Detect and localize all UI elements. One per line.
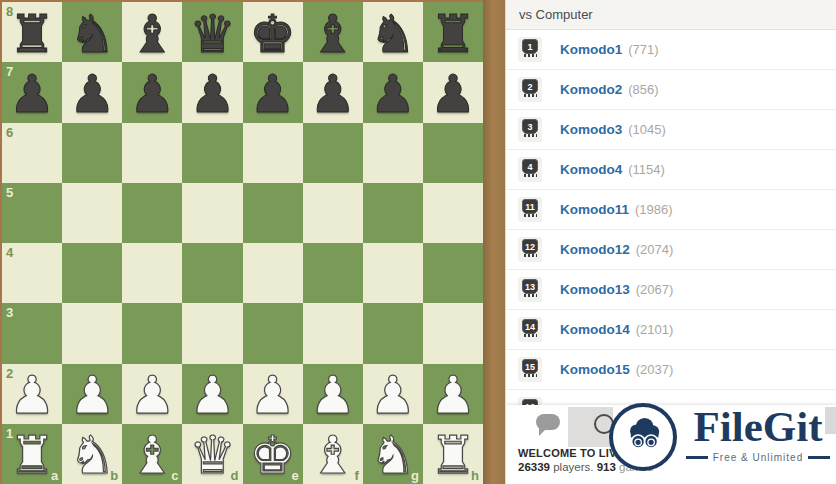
piece-black-pawn[interactable]: ♟ bbox=[303, 62, 363, 122]
piece-black-knight[interactable]: ♞ bbox=[363, 2, 423, 62]
square-d3[interactable] bbox=[182, 303, 242, 363]
bot-row-Komodo2[interactable]: 2Komodo2(856) bbox=[506, 70, 836, 110]
square-g5[interactable] bbox=[363, 183, 423, 243]
square-b8[interactable]: ♞ bbox=[62, 2, 122, 62]
square-b4[interactable] bbox=[62, 243, 122, 303]
square-e2[interactable]: ♟ bbox=[243, 364, 303, 424]
square-f7[interactable]: ♟ bbox=[303, 62, 363, 122]
cpu-chip-icon: 11 bbox=[518, 197, 542, 222]
square-d4[interactable] bbox=[182, 243, 242, 303]
piece-black-queen[interactable]: ♛ bbox=[182, 2, 242, 62]
piece-black-pawn[interactable]: ♟ bbox=[62, 62, 122, 122]
bot-rating: (856) bbox=[628, 82, 658, 97]
square-b6[interactable] bbox=[62, 123, 122, 183]
piece-white-pawn[interactable]: ♟ bbox=[423, 364, 483, 424]
bot-row-Komodo4[interactable]: 4Komodo4(1154) bbox=[506, 150, 836, 190]
bot-rating: (1045) bbox=[628, 122, 666, 137]
bottom-bar: WELCOME TO LIV 26339 players. 913 games bbox=[506, 405, 836, 484]
piece-black-pawn[interactable]: ♟ bbox=[423, 62, 483, 122]
square-d5[interactable] bbox=[182, 183, 242, 243]
square-a3[interactable]: 3 bbox=[2, 303, 62, 363]
square-h5[interactable] bbox=[423, 183, 483, 243]
cpu-chip-number: 13 bbox=[522, 279, 538, 294]
bot-rating: (1154) bbox=[628, 162, 665, 177]
square-h1[interactable]: h♜ bbox=[423, 424, 483, 484]
panel-header: vs Computer bbox=[506, 0, 836, 30]
chat-bubble-icon[interactable] bbox=[536, 414, 560, 430]
bot-name-link[interactable]: Komodo3 bbox=[560, 122, 622, 137]
rank-label-4: 4 bbox=[6, 246, 13, 259]
bot-rating: (2067) bbox=[636, 282, 674, 297]
logo-tagline-text: Free & Unlimited bbox=[713, 452, 803, 463]
cloud-binoculars-icon bbox=[617, 409, 669, 465]
square-d2[interactable]: ♟ bbox=[182, 364, 242, 424]
cpu-chip-number: 4 bbox=[522, 159, 538, 174]
square-e5[interactable] bbox=[243, 183, 303, 243]
square-c2[interactable]: ♟ bbox=[122, 364, 182, 424]
square-d7[interactable]: ♟ bbox=[182, 62, 242, 122]
cpu-chip-icon: 2 bbox=[518, 77, 542, 102]
square-f4[interactable] bbox=[303, 243, 363, 303]
chess-board[interactable]: 8♜♞♝♛♚♝♞♜7♟♟♟♟♟♟♟♟65432♟♟♟♟♟♟♟♟1a♜b♞c♝d♛… bbox=[2, 2, 483, 484]
cpu-chip-icon: 3 bbox=[518, 117, 542, 142]
square-b5[interactable] bbox=[62, 183, 122, 243]
cpu-chip-number: 3 bbox=[522, 119, 538, 134]
cpu-chip-icon: 14 bbox=[518, 317, 542, 342]
square-d1[interactable]: d♛ bbox=[182, 424, 242, 484]
vs-computer-panel: vs Computer 1Komodo1(771)2Komodo2(856)3K… bbox=[505, 0, 836, 484]
square-g8[interactable]: ♞ bbox=[363, 2, 423, 62]
piece-white-pawn[interactable]: ♟ bbox=[182, 364, 242, 424]
bot-name-link[interactable]: Komodo15 bbox=[560, 362, 630, 377]
square-c1[interactable]: c♝ bbox=[122, 424, 182, 484]
square-h8[interactable]: ♜ bbox=[423, 2, 483, 62]
bot-row-Komodo14[interactable]: 14Komodo14(2101) bbox=[506, 310, 836, 350]
bot-name-link[interactable]: Komodo4 bbox=[560, 162, 622, 177]
piece-white-rook[interactable]: ♜ bbox=[2, 424, 62, 484]
square-c4[interactable] bbox=[122, 243, 182, 303]
bot-name-link[interactable]: Komodo12 bbox=[560, 242, 630, 257]
bot-name-link[interactable]: Komodo11 bbox=[560, 202, 629, 217]
square-f3[interactable] bbox=[303, 303, 363, 363]
cpu-chip-number: 11 bbox=[522, 199, 538, 214]
square-e4[interactable] bbox=[243, 243, 303, 303]
square-d6[interactable] bbox=[182, 123, 242, 183]
bot-row-Komodo1[interactable]: 1Komodo1(771) bbox=[506, 30, 836, 70]
square-g2[interactable]: ♟ bbox=[363, 364, 423, 424]
square-b7[interactable]: ♟ bbox=[62, 62, 122, 122]
bot-row-Komodo13[interactable]: 13Komodo13(2067) bbox=[506, 270, 836, 310]
square-g4[interactable] bbox=[363, 243, 423, 303]
piece-black-bishop[interactable]: ♝ bbox=[303, 2, 363, 62]
square-a7[interactable]: 7♟ bbox=[2, 62, 62, 122]
square-e7[interactable]: ♟ bbox=[243, 62, 303, 122]
square-f8[interactable]: ♝ bbox=[303, 2, 363, 62]
piece-black-rook[interactable]: ♜ bbox=[2, 2, 62, 62]
square-g1[interactable]: g♞ bbox=[363, 424, 423, 484]
bot-row-Komodo15[interactable]: 15Komodo15(2037) bbox=[506, 350, 836, 390]
piece-white-pawn[interactable]: ♟ bbox=[122, 364, 182, 424]
piece-black-pawn[interactable]: ♟ bbox=[182, 62, 242, 122]
bot-row-Komodo12[interactable]: 12Komodo12(2074) bbox=[506, 230, 836, 270]
square-d8[interactable]: ♛ bbox=[182, 2, 242, 62]
welcome-text: WELCOME TO LIV bbox=[518, 447, 617, 459]
square-h4[interactable] bbox=[423, 243, 483, 303]
piece-white-bishop[interactable]: ♝ bbox=[303, 424, 363, 484]
cpu-chip-icon: 12 bbox=[518, 237, 542, 262]
square-c5[interactable] bbox=[122, 183, 182, 243]
square-a2[interactable]: 2♟ bbox=[2, 364, 62, 424]
app-window: 8♜♞♝♛♚♝♞♜7♟♟♟♟♟♟♟♟65432♟♟♟♟♟♟♟♟1a♜b♞c♝d♛… bbox=[0, 0, 836, 484]
square-c3[interactable] bbox=[122, 303, 182, 363]
square-e1[interactable]: e♚ bbox=[243, 424, 303, 484]
logo-title: FileGit bbox=[688, 405, 828, 449]
square-a6[interactable]: 6 bbox=[2, 123, 62, 183]
bot-rating: (771) bbox=[628, 42, 658, 57]
piece-white-queen[interactable]: ♛ bbox=[182, 424, 242, 484]
square-a4[interactable]: 4 bbox=[2, 243, 62, 303]
square-b1[interactable]: b♞ bbox=[62, 424, 122, 484]
bot-row-Komodo3[interactable]: 3Komodo3(1045) bbox=[506, 110, 836, 150]
piece-black-pawn[interactable]: ♟ bbox=[363, 62, 423, 122]
square-g3[interactable] bbox=[363, 303, 423, 363]
rank-label-5: 5 bbox=[6, 186, 13, 199]
bot-rating: (1986) bbox=[635, 202, 673, 217]
square-e8[interactable]: ♚ bbox=[243, 2, 303, 62]
filegit-logo-text: FileGit Free & Unlimited bbox=[688, 405, 828, 463]
players-count: 26339 bbox=[518, 461, 550, 473]
games-count: 913 bbox=[597, 461, 616, 473]
square-e6[interactable] bbox=[243, 123, 303, 183]
panel-title: vs Computer bbox=[519, 7, 593, 22]
bot-rating: (2037) bbox=[636, 362, 674, 377]
rank-label-6: 6 bbox=[6, 126, 13, 139]
piece-white-knight[interactable]: ♞ bbox=[62, 424, 122, 484]
piece-white-pawn[interactable]: ♟ bbox=[363, 364, 423, 424]
piece-white-king[interactable]: ♚ bbox=[243, 424, 303, 484]
piece-black-pawn[interactable]: ♟ bbox=[243, 62, 303, 122]
piece-white-knight[interactable]: ♞ bbox=[363, 424, 423, 484]
bot-name-link[interactable]: Komodo1 bbox=[560, 42, 622, 57]
bot-name-link[interactable]: Komodo14 bbox=[560, 322, 630, 337]
cpu-chip-number: 14 bbox=[522, 319, 538, 334]
piece-black-knight[interactable]: ♞ bbox=[62, 2, 122, 62]
square-f5[interactable] bbox=[303, 183, 363, 243]
piece-black-rook[interactable]: ♜ bbox=[423, 2, 483, 62]
square-f1[interactable]: f♝ bbox=[303, 424, 363, 484]
square-b2[interactable]: ♟ bbox=[62, 364, 122, 424]
square-f6[interactable] bbox=[303, 123, 363, 183]
cpu-chip-icon: 4 bbox=[518, 157, 542, 182]
piece-white-pawn[interactable]: ♟ bbox=[303, 364, 363, 424]
square-h7[interactable]: ♟ bbox=[423, 62, 483, 122]
square-b3[interactable] bbox=[62, 303, 122, 363]
bot-list: 1Komodo1(771)2Komodo2(856)3Komodo3(1045)… bbox=[506, 30, 836, 430]
cpu-chip-icon: 13 bbox=[518, 277, 542, 302]
cpu-chip-number: 12 bbox=[522, 239, 538, 254]
square-a5[interactable]: 5 bbox=[2, 183, 62, 243]
logo-tagline: Free & Unlimited bbox=[688, 452, 828, 463]
square-e3[interactable] bbox=[243, 303, 303, 363]
piece-black-king[interactable]: ♚ bbox=[243, 2, 303, 62]
players-label: players. bbox=[550, 461, 597, 473]
cpu-chip-number: 15 bbox=[522, 359, 538, 374]
filegit-logo-badge bbox=[609, 403, 677, 471]
piece-white-pawn[interactable]: ♟ bbox=[2, 364, 62, 424]
cpu-chip-icon: 1 bbox=[518, 37, 542, 62]
bot-name-link[interactable]: Komodo13 bbox=[560, 282, 630, 297]
piece-black-pawn[interactable]: ♟ bbox=[2, 62, 62, 122]
square-g6[interactable] bbox=[363, 123, 423, 183]
piece-black-pawn[interactable]: ♟ bbox=[122, 62, 182, 122]
square-c6[interactable] bbox=[122, 123, 182, 183]
square-a8[interactable]: 8♜ bbox=[2, 2, 62, 62]
square-h6[interactable] bbox=[423, 123, 483, 183]
square-c8[interactable]: ♝ bbox=[122, 2, 182, 62]
square-a1[interactable]: 1a♜ bbox=[2, 424, 62, 484]
bot-rating: (2074) bbox=[636, 242, 674, 257]
bot-row-Komodo11[interactable]: 11Komodo11(1986) bbox=[506, 190, 836, 230]
piece-white-bishop[interactable]: ♝ bbox=[122, 424, 182, 484]
square-f2[interactable]: ♟ bbox=[303, 364, 363, 424]
square-g7[interactable]: ♟ bbox=[363, 62, 423, 122]
square-c7[interactable]: ♟ bbox=[122, 62, 182, 122]
piece-white-rook[interactable]: ♜ bbox=[423, 424, 483, 484]
cpu-chip-number: 1 bbox=[522, 39, 538, 54]
cpu-chip-icon: 15 bbox=[518, 357, 542, 382]
bot-name-link[interactable]: Komodo2 bbox=[560, 82, 622, 97]
wood-background-strip bbox=[483, 0, 505, 484]
piece-white-pawn[interactable]: ♟ bbox=[243, 364, 303, 424]
piece-white-pawn[interactable]: ♟ bbox=[62, 364, 122, 424]
piece-black-bishop[interactable]: ♝ bbox=[122, 2, 182, 62]
board-frame: 8♜♞♝♛♚♝♞♜7♟♟♟♟♟♟♟♟65432♟♟♟♟♟♟♟♟1a♜b♞c♝d♛… bbox=[0, 0, 483, 484]
square-h3[interactable] bbox=[423, 303, 483, 363]
square-h2[interactable]: ♟ bbox=[423, 364, 483, 424]
bot-rating: (2101) bbox=[636, 322, 674, 337]
cpu-chip-number: 2 bbox=[522, 79, 538, 94]
rank-label-3: 3 bbox=[6, 306, 13, 319]
